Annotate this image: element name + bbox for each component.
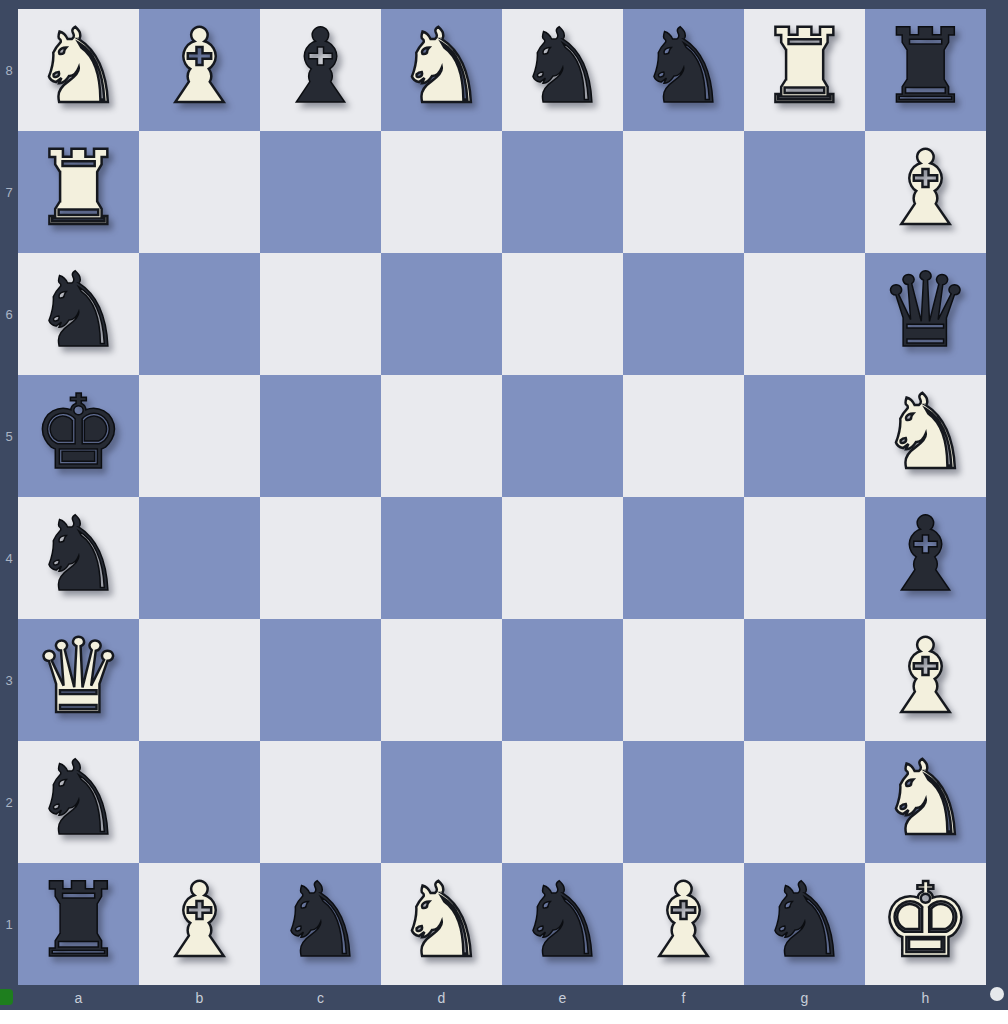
square-b8[interactable]: ♝ (139, 9, 260, 131)
square-f6[interactable] (623, 253, 744, 375)
square-g5[interactable] (744, 375, 865, 497)
square-d4[interactable] (381, 497, 502, 619)
square-c2[interactable] (260, 741, 381, 863)
piece-black-king-a5[interactable]: ♚ (18, 371, 139, 493)
piece-black-knight-g1[interactable]: ♞ (744, 859, 865, 981)
square-f3[interactable] (623, 619, 744, 741)
square-a1[interactable]: ♜ (18, 863, 139, 985)
file-label-e: e (502, 985, 623, 1010)
square-c3[interactable] (260, 619, 381, 741)
square-a7[interactable]: ♜ (18, 131, 139, 253)
side-to-move-indicator (990, 987, 1004, 1001)
square-e1[interactable]: ♞ (502, 863, 623, 985)
piece-white-bishop-b1[interactable]: ♝ (139, 859, 260, 981)
rank-label-7: 7 (0, 131, 18, 253)
piece-white-bishop-b8[interactable]: ♝ (139, 5, 260, 127)
piece-white-knight-a8[interactable]: ♞ (18, 5, 139, 127)
square-h1[interactable]: ♚ (865, 863, 986, 985)
square-g2[interactable] (744, 741, 865, 863)
piece-white-rook-g8[interactable]: ♜ (744, 5, 865, 127)
square-a5[interactable]: ♚ (18, 375, 139, 497)
piece-white-knight-h2[interactable]: ♞ (865, 737, 986, 859)
square-d3[interactable] (381, 619, 502, 741)
file-label-b: b (139, 985, 260, 1010)
square-e2[interactable] (502, 741, 623, 863)
square-f5[interactable] (623, 375, 744, 497)
square-e6[interactable] (502, 253, 623, 375)
square-h3[interactable]: ♝ (865, 619, 986, 741)
piece-white-king-h1[interactable]: ♚ (865, 859, 986, 981)
piece-black-knight-a2[interactable]: ♞ (18, 737, 139, 859)
square-h7[interactable]: ♝ (865, 131, 986, 253)
piece-white-knight-d1[interactable]: ♞ (381, 859, 502, 981)
rank-label-5: 5 (0, 375, 18, 497)
square-b7[interactable] (139, 131, 260, 253)
square-a3[interactable]: ♛ (18, 619, 139, 741)
square-b1[interactable]: ♝ (139, 863, 260, 985)
square-e7[interactable] (502, 131, 623, 253)
piece-white-knight-h5[interactable]: ♞ (865, 371, 986, 493)
file-label-a: a (18, 985, 139, 1010)
square-g7[interactable] (744, 131, 865, 253)
square-b5[interactable] (139, 375, 260, 497)
piece-black-rook-a1[interactable]: ♜ (18, 859, 139, 981)
piece-black-knight-e8[interactable]: ♞ (502, 5, 623, 127)
piece-black-knight-c1[interactable]: ♞ (260, 859, 381, 981)
piece-white-bishop-h3[interactable]: ♝ (865, 615, 986, 737)
square-h4[interactable]: ♝ (865, 497, 986, 619)
square-a6[interactable]: ♞ (18, 253, 139, 375)
square-f2[interactable] (623, 741, 744, 863)
square-g8[interactable]: ♜ (744, 9, 865, 131)
piece-white-bishop-h7[interactable]: ♝ (865, 127, 986, 249)
square-h5[interactable]: ♞ (865, 375, 986, 497)
chess-app: 87654321 ♞♝♝♞♞♞♜♜♜♝♞♛♚♞♞♝♛♝♞♞♜♝♞♞♞♝♞♚ ab… (0, 0, 1008, 1024)
rank-labels: 87654321 (0, 9, 18, 985)
square-c4[interactable] (260, 497, 381, 619)
piece-black-bishop-c8[interactable]: ♝ (260, 5, 381, 127)
board-frame: 87654321 ♞♝♝♞♞♞♜♜♜♝♞♛♚♞♞♝♛♝♞♞♜♝♞♞♞♝♞♚ ab… (0, 0, 1008, 1010)
square-d6[interactable] (381, 253, 502, 375)
rank-label-6: 6 (0, 253, 18, 375)
file-label-f: f (623, 985, 744, 1010)
square-b4[interactable] (139, 497, 260, 619)
square-d7[interactable] (381, 131, 502, 253)
square-f7[interactable] (623, 131, 744, 253)
square-c8[interactable]: ♝ (260, 9, 381, 131)
chess-board[interactable]: ♞♝♝♞♞♞♜♜♜♝♞♛♚♞♞♝♛♝♞♞♜♝♞♞♞♝♞♚ (18, 9, 986, 985)
piece-black-bishop-h4[interactable]: ♝ (865, 493, 986, 615)
connection-status-indicator (0, 989, 13, 1005)
rank-label-8: 8 (0, 9, 18, 131)
piece-black-queen-h6[interactable]: ♛ (865, 249, 986, 371)
square-f1[interactable]: ♝ (623, 863, 744, 985)
square-g1[interactable]: ♞ (744, 863, 865, 985)
square-a2[interactable]: ♞ (18, 741, 139, 863)
square-c1[interactable]: ♞ (260, 863, 381, 985)
square-a4[interactable]: ♞ (18, 497, 139, 619)
piece-black-knight-a4[interactable]: ♞ (18, 493, 139, 615)
piece-black-knight-e1[interactable]: ♞ (502, 859, 623, 981)
piece-white-queen-a3[interactable]: ♛ (18, 615, 139, 737)
square-h2[interactable]: ♞ (865, 741, 986, 863)
square-d1[interactable]: ♞ (381, 863, 502, 985)
square-d2[interactable] (381, 741, 502, 863)
square-c7[interactable] (260, 131, 381, 253)
square-e8[interactable]: ♞ (502, 9, 623, 131)
piece-black-knight-f8[interactable]: ♞ (623, 5, 744, 127)
square-g3[interactable] (744, 619, 865, 741)
piece-black-knight-a6[interactable]: ♞ (18, 249, 139, 371)
file-label-c: c (260, 985, 381, 1010)
file-label-h: h (865, 985, 986, 1010)
square-c6[interactable] (260, 253, 381, 375)
square-d8[interactable]: ♞ (381, 9, 502, 131)
square-b6[interactable] (139, 253, 260, 375)
piece-white-rook-a7[interactable]: ♜ (18, 127, 139, 249)
rank-label-2: 2 (0, 741, 18, 863)
square-f4[interactable] (623, 497, 744, 619)
square-h8[interactable]: ♜ (865, 9, 986, 131)
square-e5[interactable] (502, 375, 623, 497)
piece-black-rook-h8[interactable]: ♜ (865, 5, 986, 127)
file-labels: abcdefgh (18, 985, 986, 1010)
piece-white-knight-d8[interactable]: ♞ (381, 5, 502, 127)
rank-label-1: 1 (0, 863, 18, 985)
square-f8[interactable]: ♞ (623, 9, 744, 131)
square-e3[interactable] (502, 619, 623, 741)
square-c5[interactable] (260, 375, 381, 497)
square-d5[interactable] (381, 375, 502, 497)
square-h6[interactable]: ♛ (865, 253, 986, 375)
square-a8[interactable]: ♞ (18, 9, 139, 131)
rank-label-4: 4 (0, 497, 18, 619)
square-b2[interactable] (139, 741, 260, 863)
file-label-d: d (381, 985, 502, 1010)
piece-white-bishop-f1[interactable]: ♝ (623, 859, 744, 981)
rank-label-3: 3 (0, 619, 18, 741)
square-b3[interactable] (139, 619, 260, 741)
square-g4[interactable] (744, 497, 865, 619)
square-g6[interactable] (744, 253, 865, 375)
file-label-g: g (744, 985, 865, 1010)
square-e4[interactable] (502, 497, 623, 619)
